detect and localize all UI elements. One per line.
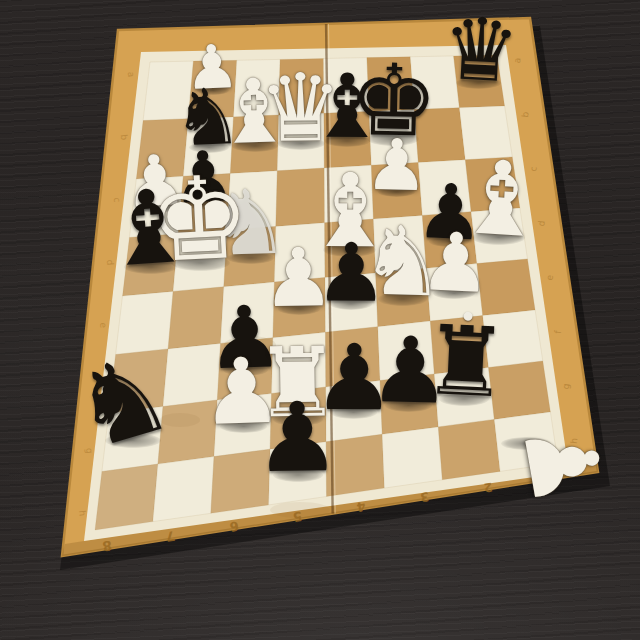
- square-h7[interactable]: [153, 457, 214, 522]
- piece-white-pawn-h1[interactable]: ♟: [507, 413, 616, 514]
- square-h2[interactable]: [438, 419, 500, 479]
- piece-black-pawn-h5[interactable]: ♟: [254, 390, 341, 487]
- square-h3[interactable]: [382, 427, 442, 488]
- piece-black-bishop-d8[interactable]: ♝: [99, 174, 197, 282]
- piece-black-rook-g2[interactable]: ♜: [420, 313, 510, 413]
- square-h8[interactable]: [95, 464, 158, 530]
- white-knob-finial: [463, 312, 472, 321]
- piece-black-pawn-e4[interactable]: ♟: [315, 233, 388, 314]
- file-label-left-h: h: [77, 510, 88, 517]
- file-label-right-g: g: [561, 383, 572, 390]
- table-surface: 87654321aabbccddeeffgghh ♟♟♟♟♟♟♟♞♞♝♝♝♜♛♚…: [0, 0, 640, 640]
- file-label-left-a: a: [126, 71, 137, 78]
- piece-black-queen-a1[interactable]: ♛: [439, 5, 521, 95]
